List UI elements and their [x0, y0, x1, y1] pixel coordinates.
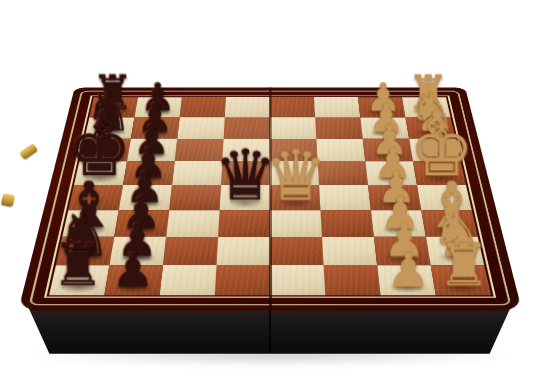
photo-stage: ♜♟♟♜♞♟♟♞♝♟♟♝♚♟♟♚♟♛♛♟♝♟♟♝♞♟♟♞♜♟♟♜: [0, 0, 539, 389]
square-c5: [218, 210, 270, 237]
square-c6: [166, 210, 219, 237]
square-a7: ♟: [104, 265, 163, 295]
square-c3: [320, 210, 373, 237]
piece-white-pawn-a2: ♟: [386, 249, 428, 292]
square-a5: [214, 265, 269, 295]
square-b6: [162, 237, 217, 265]
piece-black-pawn-a7: ♟: [111, 249, 153, 292]
square-h5: [224, 97, 269, 117]
square-h6: [179, 97, 225, 117]
square-d5: ♛: [219, 185, 269, 210]
scene-3d: ♜♟♟♜♞♟♟♞♝♟♟♝♚♟♟♚♟♛♛♟♝♟♟♝♞♟♟♞♜♟♟♜: [0, 0, 539, 389]
piece-black-rook-a8: ♜: [50, 239, 102, 293]
piece-white-rook-a1: ♜: [436, 239, 488, 293]
board-frame: ♜♟♟♜♞♟♟♞♝♟♟♝♚♟♟♚♟♛♛♟♝♟♟♝♞♟♟♞♜♟♟♜: [17, 88, 521, 311]
square-b4: [270, 237, 324, 265]
square-a6: [159, 265, 216, 295]
square-d6: [169, 185, 221, 210]
square-a1: ♜: [430, 265, 490, 295]
square-h3: [314, 97, 360, 117]
square-a4: [270, 265, 325, 295]
piece-white-queen-d4: ♛: [263, 144, 326, 208]
chess-board-grid: ♜♟♟♜♞♟♟♞♝♟♟♝♚♟♟♚♟♛♛♟♝♟♟♝♞♟♟♞♜♟♟♜: [48, 97, 490, 295]
square-a3: [323, 265, 380, 295]
square-d4: ♛: [270, 185, 320, 210]
square-a2: ♟: [377, 265, 436, 295]
square-b3: [321, 237, 376, 265]
square-c4: [270, 210, 322, 237]
square-a8: ♜: [48, 265, 108, 295]
square-h4: [270, 97, 315, 117]
square-b5: [216, 237, 270, 265]
chess-board-3d: ♜♟♟♜♞♟♟♞♝♟♟♝♚♟♟♚♟♛♛♟♝♟♟♝♞♟♟♞♜♟♟♜: [17, 88, 521, 311]
